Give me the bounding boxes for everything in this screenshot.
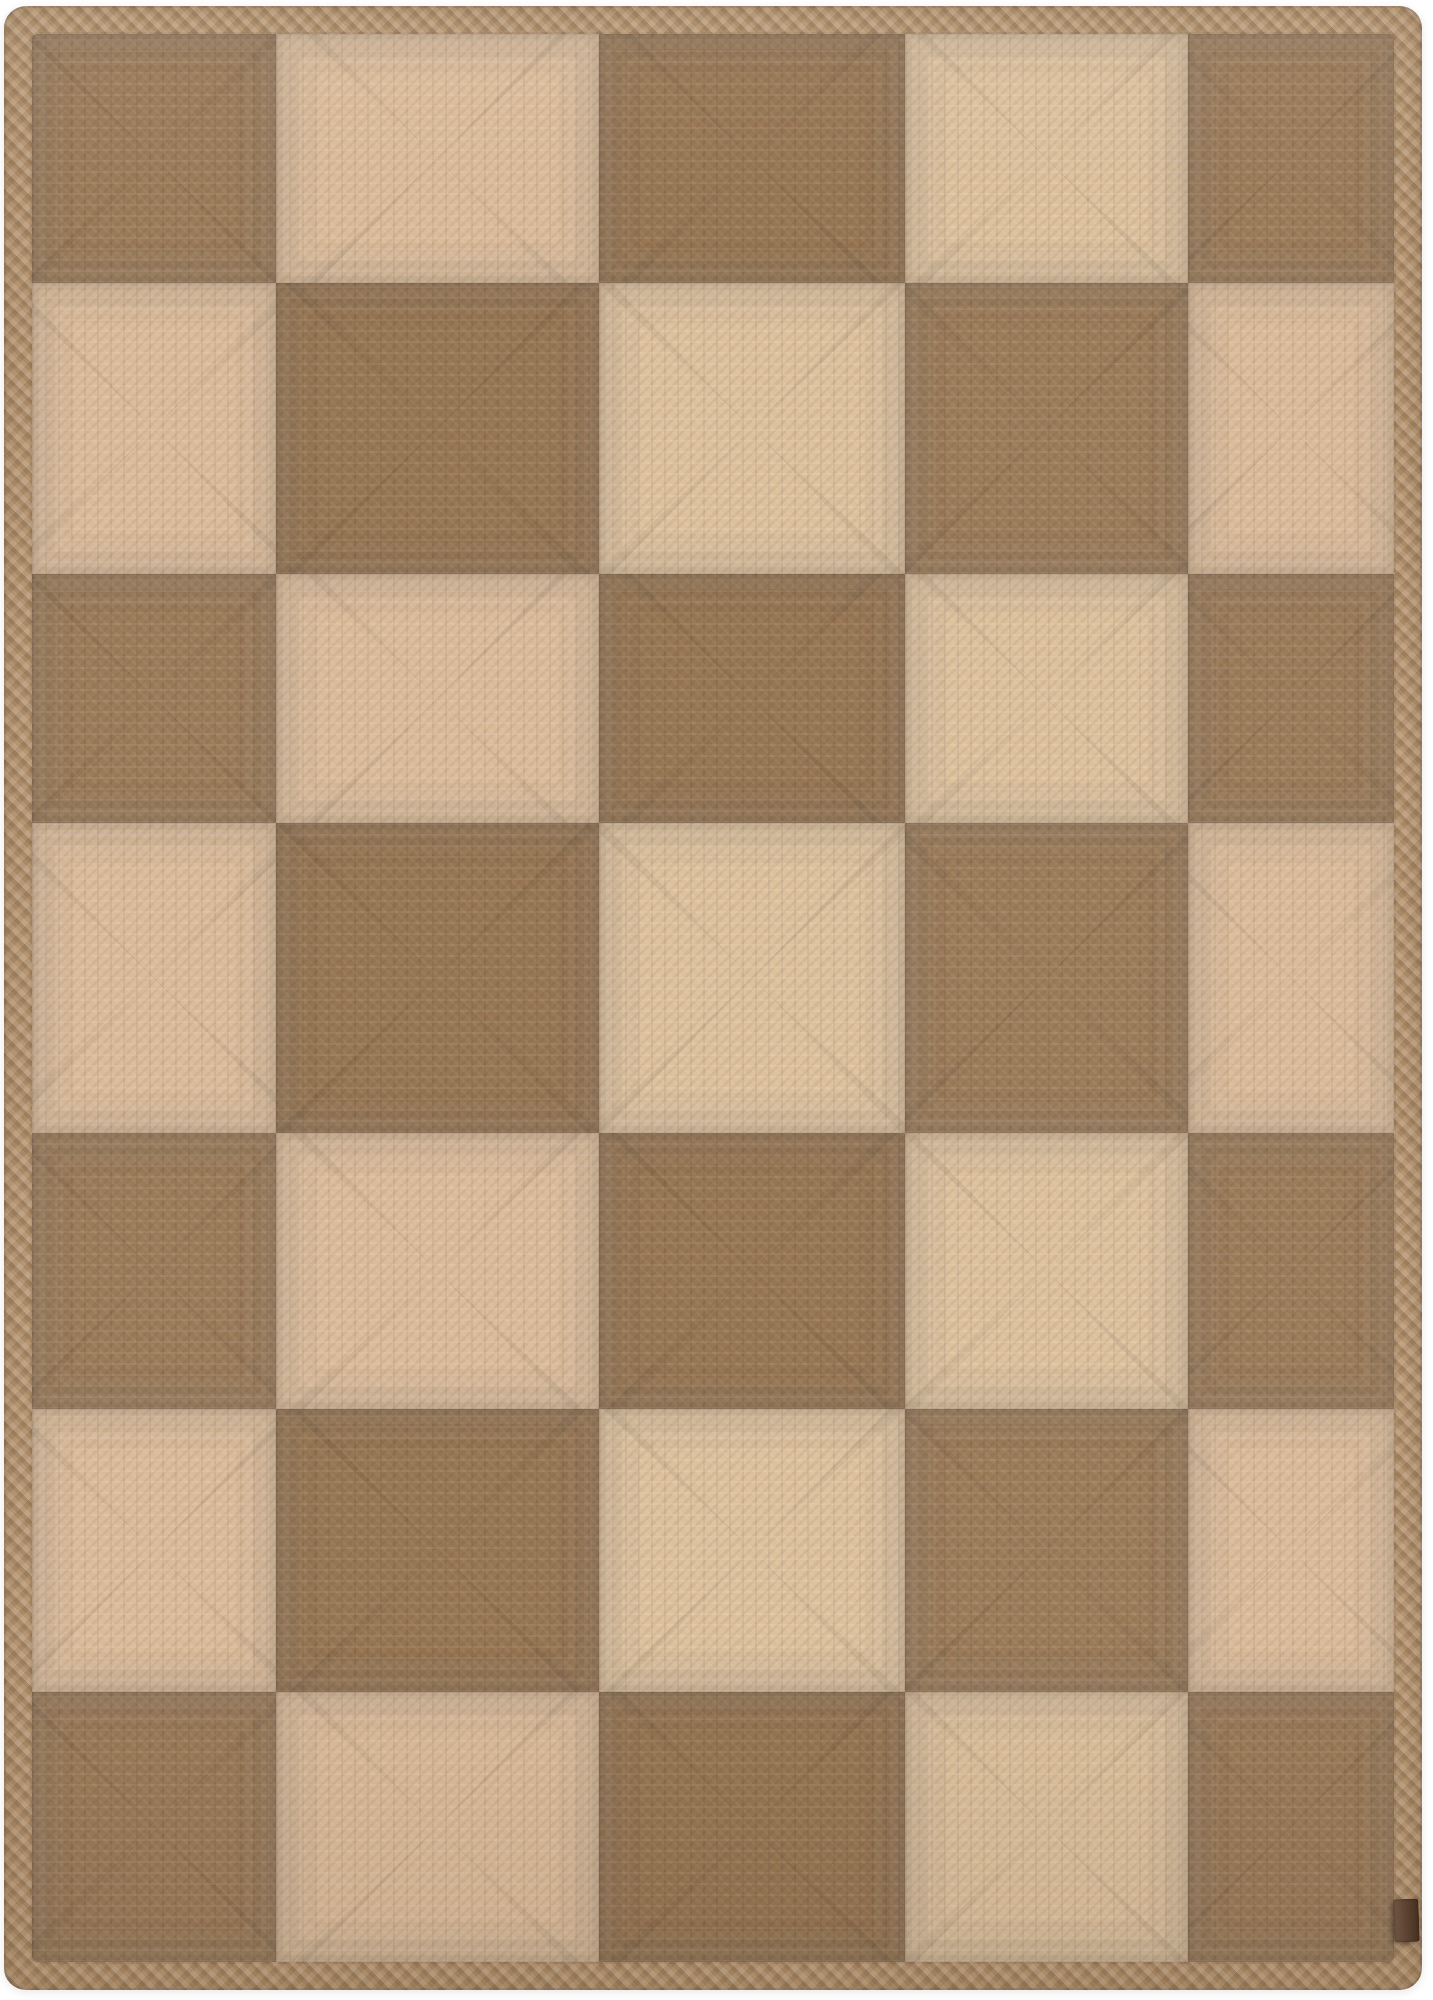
- board-cell-r2c5-light: [1188, 283, 1394, 574]
- board-cell-r4c2-dark: [276, 823, 599, 1133]
- board-cell-r6c3-light: [599, 1409, 905, 1693]
- board-cell-r6c4-dark: [905, 1409, 1188, 1693]
- board-cell-r5c4-light: [905, 1133, 1188, 1409]
- braided-jute-rug: [4, 6, 1422, 1990]
- board-cell-r5c3-dark: [599, 1133, 905, 1409]
- leather-tag: [1393, 1899, 1419, 1943]
- board-cell-r3c3-dark: [599, 574, 905, 823]
- board-cell-r3c2-light: [276, 574, 599, 823]
- board-cell-r7c1-dark: [32, 1692, 276, 1962]
- board-cell-r3c5-dark: [1188, 574, 1394, 823]
- board-cell-r2c2-dark: [276, 283, 599, 574]
- board-cell-r7c3-dark: [599, 1692, 905, 1962]
- board-cell-r1c2-light: [276, 34, 599, 283]
- board-cell-r6c2-dark: [276, 1409, 599, 1693]
- board-cell-r6c1-light: [32, 1409, 276, 1693]
- board-cell-r5c1-dark: [32, 1133, 276, 1409]
- board-cell-r5c5-dark: [1188, 1133, 1394, 1409]
- board-cell-r1c4-light: [905, 34, 1188, 283]
- board-cell-r5c2-light: [276, 1133, 599, 1409]
- board-cell-r1c5-dark: [1188, 34, 1394, 283]
- board-cell-r4c1-light: [32, 823, 276, 1133]
- board-cell-r4c5-light: [1188, 823, 1394, 1133]
- board-cell-r6c5-light: [1188, 1409, 1394, 1693]
- board-cell-r2c4-dark: [905, 283, 1188, 574]
- rug-photo: [0, 0, 1433, 2000]
- checkerboard-board: [32, 34, 1394, 1962]
- board-cell-r3c4-light: [905, 574, 1188, 823]
- board-cell-r1c1-dark: [32, 34, 276, 283]
- board-cell-r7c2-light: [276, 1692, 599, 1962]
- board-cell-r7c4-light: [905, 1692, 1188, 1962]
- board-cell-r7c5-dark: [1188, 1692, 1394, 1962]
- board-cell-r2c1-light: [32, 283, 276, 574]
- board-cell-r1c3-dark: [599, 34, 905, 283]
- board-cell-r4c3-light: [599, 823, 905, 1133]
- board-cell-r3c1-dark: [32, 574, 276, 823]
- board-cell-r4c4-dark: [905, 823, 1188, 1133]
- board-cell-r2c3-light: [599, 283, 905, 574]
